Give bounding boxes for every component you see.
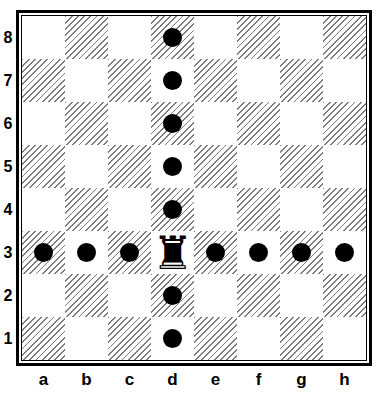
square-f7[interactable] (237, 59, 280, 102)
board-frame: ♜ (16, 10, 372, 366)
square-h6[interactable] (323, 102, 366, 145)
square-g3[interactable] (280, 231, 323, 274)
square-f3[interactable] (237, 231, 280, 274)
square-b2[interactable] (65, 274, 108, 317)
square-f4[interactable] (237, 188, 280, 231)
square-c1[interactable] (108, 317, 151, 360)
square-f1[interactable] (237, 317, 280, 360)
square-b5[interactable] (65, 145, 108, 188)
square-b3[interactable] (65, 231, 108, 274)
square-c4[interactable] (108, 188, 151, 231)
square-b4[interactable] (65, 188, 108, 231)
move-dot-icon (163, 286, 182, 305)
square-f8[interactable] (237, 16, 280, 59)
square-d6[interactable] (151, 102, 194, 145)
square-c3[interactable] (108, 231, 151, 274)
square-g2[interactable] (280, 274, 323, 317)
square-e3[interactable] (194, 231, 237, 274)
square-a7[interactable] (22, 59, 65, 102)
square-e1[interactable] (194, 317, 237, 360)
move-dot-icon (249, 243, 268, 262)
square-a5[interactable] (22, 145, 65, 188)
rank-label-1: 1 (0, 317, 16, 360)
square-f6[interactable] (237, 102, 280, 145)
move-dot-icon (163, 28, 182, 47)
square-g6[interactable] (280, 102, 323, 145)
square-a4[interactable] (22, 188, 65, 231)
square-a3[interactable] (22, 231, 65, 274)
chess-diagram: 87654321 ♜ abcdefgh (0, 0, 387, 394)
move-dot-icon (163, 200, 182, 219)
square-e2[interactable] (194, 274, 237, 317)
board-inner-border: ♜ (21, 15, 367, 361)
rank-label-2: 2 (0, 274, 16, 317)
square-d4[interactable] (151, 188, 194, 231)
move-dot-icon (163, 329, 182, 348)
move-dot-icon (120, 243, 139, 262)
rank-label-5: 5 (0, 145, 16, 188)
square-a1[interactable] (22, 317, 65, 360)
file-label-f: f (237, 370, 280, 390)
square-d2[interactable] (151, 274, 194, 317)
board-layout: 87654321 ♜ (0, 10, 387, 366)
square-g5[interactable] (280, 145, 323, 188)
square-g4[interactable] (280, 188, 323, 231)
piece-black-rook[interactable]: ♜ (152, 231, 193, 274)
square-f5[interactable] (237, 145, 280, 188)
move-dot-icon (163, 157, 182, 176)
rank-label-6: 6 (0, 102, 16, 145)
square-h7[interactable] (323, 59, 366, 102)
square-b6[interactable] (65, 102, 108, 145)
square-h5[interactable] (323, 145, 366, 188)
chess-board: ♜ (22, 16, 366, 360)
rank-label-3: 3 (0, 231, 16, 274)
file-label-a: a (22, 370, 65, 390)
square-e7[interactable] (194, 59, 237, 102)
square-e6[interactable] (194, 102, 237, 145)
square-d1[interactable] (151, 317, 194, 360)
square-e8[interactable] (194, 16, 237, 59)
square-c7[interactable] (108, 59, 151, 102)
square-e5[interactable] (194, 145, 237, 188)
rank-labels: 87654321 (0, 10, 16, 360)
move-dot-icon (206, 243, 225, 262)
move-dot-icon (292, 243, 311, 262)
file-label-d: d (151, 370, 194, 390)
square-d7[interactable] (151, 59, 194, 102)
rank-label-4: 4 (0, 188, 16, 231)
square-b7[interactable] (65, 59, 108, 102)
move-dot-icon (77, 243, 96, 262)
square-c2[interactable] (108, 274, 151, 317)
square-d5[interactable] (151, 145, 194, 188)
square-h1[interactable] (323, 317, 366, 360)
square-c6[interactable] (108, 102, 151, 145)
rank-label-8: 8 (0, 16, 16, 59)
square-h8[interactable] (323, 16, 366, 59)
move-dot-icon (163, 114, 182, 133)
move-dot-icon (34, 243, 53, 262)
file-label-e: e (194, 370, 237, 390)
move-dot-icon (335, 243, 354, 262)
square-f2[interactable] (237, 274, 280, 317)
square-e4[interactable] (194, 188, 237, 231)
square-h2[interactable] (323, 274, 366, 317)
square-b1[interactable] (65, 317, 108, 360)
square-h4[interactable] (323, 188, 366, 231)
square-c8[interactable] (108, 16, 151, 59)
square-g8[interactable] (280, 16, 323, 59)
square-b8[interactable] (65, 16, 108, 59)
file-label-g: g (280, 370, 323, 390)
square-d3[interactable]: ♜ (151, 231, 194, 274)
rank-label-7: 7 (0, 59, 16, 102)
square-g7[interactable] (280, 59, 323, 102)
file-label-c: c (108, 370, 151, 390)
file-label-b: b (65, 370, 108, 390)
file-label-h: h (323, 370, 366, 390)
square-a8[interactable] (22, 16, 65, 59)
square-c5[interactable] (108, 145, 151, 188)
square-a2[interactable] (22, 274, 65, 317)
square-d8[interactable] (151, 16, 194, 59)
file-labels: abcdefgh (22, 366, 387, 394)
move-dot-icon (163, 71, 182, 90)
square-h3[interactable] (323, 231, 366, 274)
square-g1[interactable] (280, 317, 323, 360)
square-a6[interactable] (22, 102, 65, 145)
